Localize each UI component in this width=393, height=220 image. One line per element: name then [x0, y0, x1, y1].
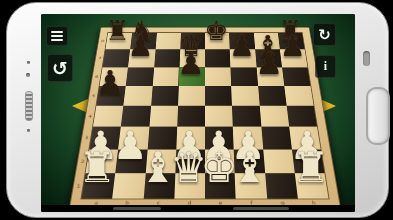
- square-c1[interactable]: [143, 173, 175, 199]
- hamburger-icon: [51, 31, 63, 33]
- square-b6[interactable]: [126, 67, 154, 86]
- square-d8[interactable]: [180, 33, 205, 50]
- square-e6[interactable]: [205, 67, 231, 86]
- square-c2[interactable]: [145, 149, 176, 173]
- square-e3[interactable]: [205, 127, 234, 149]
- redo-button[interactable]: ↻: [313, 23, 336, 46]
- square-a3[interactable]: [89, 127, 121, 149]
- square-c4[interactable]: [149, 106, 178, 127]
- undo-icon: ↺: [52, 57, 68, 79]
- side-speaker-slot: [363, 51, 370, 66]
- square-g8[interactable]: [253, 33, 279, 50]
- square-e1[interactable]: [205, 173, 236, 199]
- square-h2[interactable]: [292, 149, 325, 173]
- square-c7[interactable]: [154, 49, 180, 67]
- chess-board: abcdefgh 87654321: [69, 27, 341, 208]
- square-h8[interactable]: [278, 33, 305, 50]
- screenshot-root: abcdefgh 87654321 ♜♞♚♜♟♛♟♝♟♟♟♟♟♟♟♟♟♟♜♝♛♚…: [0, 0, 393, 220]
- square-g6[interactable]: [256, 67, 284, 86]
- square-c8[interactable]: [155, 33, 181, 50]
- redo-icon: ↻: [318, 26, 331, 44]
- square-h3[interactable]: [289, 127, 321, 149]
- square-a8[interactable]: [105, 33, 132, 50]
- phone-frame: abcdefgh 87654321 ♜♞♚♜♟♛♟♝♟♟♟♟♟♟♟♟♟♟♜♝♛♚…: [6, 2, 389, 218]
- square-g5[interactable]: [258, 86, 287, 106]
- square-g2[interactable]: [263, 149, 295, 173]
- square-d6[interactable]: [179, 67, 205, 86]
- square-b5[interactable]: [124, 86, 153, 106]
- home-button: [366, 87, 390, 145]
- square-f5[interactable]: [231, 86, 259, 106]
- square-f1[interactable]: [235, 173, 267, 199]
- square-d4[interactable]: [177, 106, 205, 127]
- sensor-dot: [26, 73, 30, 77]
- square-e5[interactable]: [205, 86, 232, 106]
- square-a1[interactable]: [82, 173, 116, 199]
- square-b1[interactable]: [112, 173, 145, 199]
- square-a2[interactable]: [86, 149, 119, 173]
- app-screen: abcdefgh 87654321 ♜♞♚♜♟♛♟♝♟♟♟♟♟♟♟♟♟♟♜♝♛♚…: [41, 14, 355, 212]
- footer-strip: [41, 205, 355, 212]
- square-f4[interactable]: [232, 106, 261, 127]
- menu-button[interactable]: [46, 26, 68, 46]
- square-d3[interactable]: [176, 127, 205, 149]
- square-a5[interactable]: [96, 86, 126, 106]
- square-e2[interactable]: [205, 149, 235, 173]
- square-a4[interactable]: [93, 106, 124, 127]
- undo-button[interactable]: ↺: [47, 54, 73, 82]
- square-a6[interactable]: [100, 67, 129, 86]
- square-e7[interactable]: [205, 49, 231, 67]
- square-h6[interactable]: [282, 67, 311, 86]
- square-h4[interactable]: [286, 106, 317, 127]
- square-a7[interactable]: [103, 49, 131, 67]
- square-h1[interactable]: [295, 173, 329, 199]
- square-c5[interactable]: [151, 86, 179, 106]
- square-e4[interactable]: [205, 106, 233, 127]
- square-g7[interactable]: [255, 49, 282, 67]
- earpiece-grille: [25, 91, 33, 121]
- board-grid: [82, 33, 329, 199]
- square-g3[interactable]: [261, 127, 292, 149]
- square-d2[interactable]: [175, 149, 205, 173]
- square-f3[interactable]: [233, 127, 263, 149]
- front-camera-dot: [27, 61, 30, 64]
- square-b8[interactable]: [130, 33, 156, 50]
- notification-led-dot: [27, 129, 30, 132]
- square-b4[interactable]: [121, 106, 151, 127]
- square-h7[interactable]: [280, 49, 308, 67]
- square-c6[interactable]: [152, 67, 179, 86]
- info-icon: i: [324, 59, 327, 74]
- square-g1[interactable]: [265, 173, 298, 199]
- square-b3[interactable]: [118, 127, 149, 149]
- square-f6[interactable]: [231, 67, 258, 86]
- square-c3[interactable]: [147, 127, 177, 149]
- square-h5[interactable]: [284, 86, 314, 106]
- square-f7[interactable]: [230, 49, 256, 67]
- square-b7[interactable]: [128, 49, 155, 67]
- square-f8[interactable]: [229, 33, 255, 50]
- square-f2[interactable]: [234, 149, 265, 173]
- square-b2[interactable]: [115, 149, 147, 173]
- square-e8[interactable]: [205, 33, 230, 50]
- square-d5[interactable]: [178, 86, 205, 106]
- square-d7[interactable]: [179, 49, 205, 67]
- square-g4[interactable]: [259, 106, 289, 127]
- footer-caption-right: [233, 207, 289, 210]
- info-button[interactable]: i: [315, 55, 336, 78]
- square-d1[interactable]: [174, 173, 205, 199]
- footer-caption-left: [113, 207, 161, 210]
